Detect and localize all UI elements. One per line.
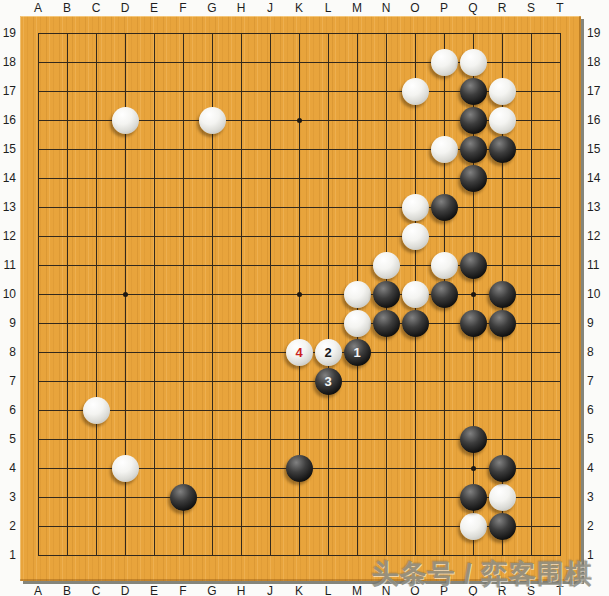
move-number-4: 4 — [295, 346, 302, 359]
column-label-O: O — [401, 1, 429, 15]
row-label-13: 13 — [0, 200, 16, 214]
column-label-J: J — [256, 584, 284, 596]
row-label-16: 16 — [587, 113, 609, 127]
column-label-T: T — [546, 1, 574, 15]
row-label-3: 3 — [587, 490, 609, 504]
row-label-15: 15 — [0, 142, 16, 156]
watermark: 头条号 / 弈客围棋 — [371, 556, 593, 592]
column-label-Q: Q — [459, 1, 487, 15]
column-label-J: J — [256, 1, 284, 15]
stone-white-Q2 — [460, 513, 487, 540]
column-label-R: R — [488, 1, 516, 15]
stone-white-M9 — [344, 310, 371, 337]
stone-white-R17 — [489, 78, 516, 105]
stone-black-Q3 — [460, 484, 487, 511]
row-label-9: 9 — [587, 316, 609, 330]
column-label-L: L — [314, 584, 342, 596]
stone-white-Q18 — [460, 49, 487, 76]
column-label-S: S — [517, 1, 545, 15]
column-label-K: K — [285, 1, 313, 15]
column-label-N: N — [372, 1, 400, 15]
row-label-7: 7 — [0, 374, 16, 388]
row-label-10: 10 — [0, 287, 16, 301]
column-label-E: E — [140, 584, 168, 596]
move-number-3: 3 — [324, 375, 331, 388]
column-label-A: A — [24, 1, 52, 15]
stone-white-N11 — [373, 252, 400, 279]
stone-white-O17 — [402, 78, 429, 105]
row-label-6: 6 — [587, 403, 609, 417]
move-number-2: 2 — [324, 346, 331, 359]
row-label-4: 4 — [587, 461, 609, 475]
row-label-16: 16 — [0, 113, 16, 127]
row-label-1: 1 — [0, 548, 16, 562]
move-number-1: 1 — [353, 346, 360, 359]
row-label-2: 2 — [0, 519, 16, 533]
row-label-8: 8 — [0, 345, 16, 359]
column-label-G: G — [198, 1, 226, 15]
row-label-10: 10 — [587, 287, 609, 301]
column-label-D: D — [111, 584, 139, 596]
stone-black-R9 — [489, 310, 516, 337]
column-label-G: G — [198, 584, 226, 596]
row-label-18: 18 — [0, 55, 16, 69]
column-label-C: C — [82, 584, 110, 596]
stone-black-Q5 — [460, 426, 487, 453]
row-label-3: 3 — [0, 490, 16, 504]
row-label-15: 15 — [587, 142, 609, 156]
stone-white-O10 — [402, 281, 429, 308]
stone-white-O13 — [402, 194, 429, 221]
row-label-18: 18 — [587, 55, 609, 69]
row-label-11: 11 — [587, 258, 609, 272]
stone-black-R10 — [489, 281, 516, 308]
stone-black-N9 — [373, 310, 400, 337]
stone-white-R3 — [489, 484, 516, 511]
row-label-14: 14 — [0, 171, 16, 185]
row-label-12: 12 — [587, 229, 609, 243]
stone-white-C6 — [83, 397, 110, 424]
row-label-19: 19 — [0, 26, 16, 40]
row-label-5: 5 — [0, 432, 16, 446]
column-label-F: F — [169, 1, 197, 15]
stone-white-K8: 4 — [286, 339, 313, 366]
stone-black-M8: 1 — [344, 339, 371, 366]
stone-black-Q11 — [460, 252, 487, 279]
column-label-M: M — [343, 1, 371, 15]
stone-black-Q17 — [460, 78, 487, 105]
row-label-19: 19 — [587, 26, 609, 40]
row-label-14: 14 — [587, 171, 609, 185]
stone-black-R4 — [489, 455, 516, 482]
stone-black-F3 — [170, 484, 197, 511]
row-label-17: 17 — [587, 84, 609, 98]
column-label-B: B — [53, 1, 81, 15]
stone-white-L8: 2 — [315, 339, 342, 366]
stone-black-Q9 — [460, 310, 487, 337]
column-label-P: P — [430, 1, 458, 15]
stone-white-D16 — [112, 107, 139, 134]
stone-white-P11 — [431, 252, 458, 279]
stone-black-P10 — [431, 281, 458, 308]
stone-white-R16 — [489, 107, 516, 134]
column-label-H: H — [227, 584, 255, 596]
column-label-C: C — [82, 1, 110, 15]
stone-white-O12 — [402, 223, 429, 250]
row-label-8: 8 — [587, 345, 609, 359]
stone-black-Q14 — [460, 165, 487, 192]
stone-black-R15 — [489, 136, 516, 163]
row-label-9: 9 — [0, 316, 16, 330]
stone-black-P13 — [431, 194, 458, 221]
go-board: 1234 — [20, 16, 581, 581]
row-label-11: 11 — [0, 258, 16, 272]
row-label-5: 5 — [587, 432, 609, 446]
column-label-F: F — [169, 584, 197, 596]
column-label-A: A — [24, 584, 52, 596]
stone-black-O9 — [402, 310, 429, 337]
stone-black-N10 — [373, 281, 400, 308]
stone-black-Q15 — [460, 136, 487, 163]
column-label-D: D — [111, 1, 139, 15]
column-label-H: H — [227, 1, 255, 15]
column-label-B: B — [53, 584, 81, 596]
column-label-K: K — [285, 584, 313, 596]
row-label-2: 2 — [587, 519, 609, 533]
stones-layer: 1234 — [24, 19, 575, 570]
row-label-17: 17 — [0, 84, 16, 98]
stone-black-K4 — [286, 455, 313, 482]
stone-white-P15 — [431, 136, 458, 163]
go-diagram: ABCDEFGHJKLMNOPQRST ABCDEFGHJKLMNOPQRST … — [0, 0, 609, 596]
column-label-M: M — [343, 584, 371, 596]
stone-white-G16 — [199, 107, 226, 134]
stone-black-R2 — [489, 513, 516, 540]
row-label-6: 6 — [0, 403, 16, 417]
stone-white-M10 — [344, 281, 371, 308]
column-label-E: E — [140, 1, 168, 15]
stone-white-P18 — [431, 49, 458, 76]
stone-black-Q16 — [460, 107, 487, 134]
row-label-12: 12 — [0, 229, 16, 243]
column-label-L: L — [314, 1, 342, 15]
row-label-4: 4 — [0, 461, 16, 475]
row-label-13: 13 — [587, 200, 609, 214]
row-label-7: 7 — [587, 374, 609, 388]
stone-black-L7: 3 — [315, 368, 342, 395]
stone-white-D4 — [112, 455, 139, 482]
